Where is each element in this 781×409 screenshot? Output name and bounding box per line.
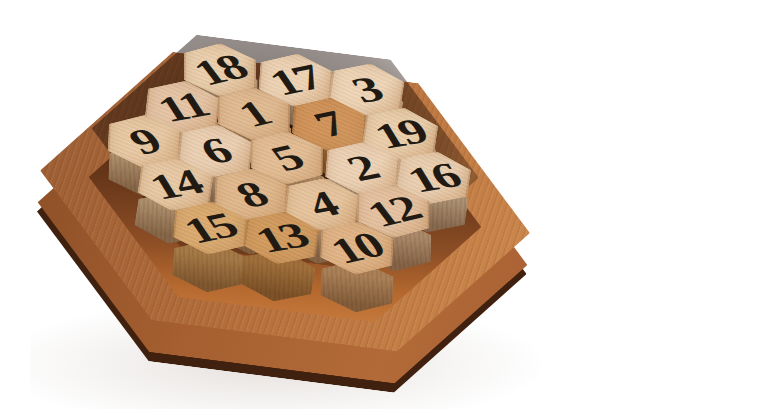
tile-15[interactable]: 15: [172, 197, 248, 259]
photo-canvas: 18173111719965216148412151310: [0, 0, 781, 409]
tile-13[interactable]: 13: [241, 206, 321, 269]
tile-10[interactable]: 10: [320, 218, 394, 279]
